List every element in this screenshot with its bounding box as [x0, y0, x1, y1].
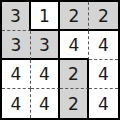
cell-r2c2: 2 [60, 60, 89, 89]
fillomino-board: 3122334444244424 [0, 0, 120, 120]
cell-r2c3: 4 [89, 60, 118, 89]
cell-r1c1: 3 [31, 31, 60, 60]
cell-r2c1: 4 [31, 60, 60, 89]
cell-r2c0: 4 [2, 60, 31, 89]
cell-r0c3: 2 [89, 2, 118, 31]
cell-r0c1: 1 [31, 2, 60, 31]
cell-r3c3: 4 [89, 89, 118, 118]
cell-r0c0: 3 [2, 2, 31, 31]
cell-r3c1: 4 [31, 89, 60, 118]
cell-r3c0: 4 [2, 89, 31, 118]
cell-r1c0: 3 [2, 31, 31, 60]
cell-r1c2: 4 [60, 31, 89, 60]
cell-r0c2: 2 [60, 2, 89, 31]
cell-r1c3: 4 [89, 31, 118, 60]
cell-r3c2: 2 [60, 89, 89, 118]
